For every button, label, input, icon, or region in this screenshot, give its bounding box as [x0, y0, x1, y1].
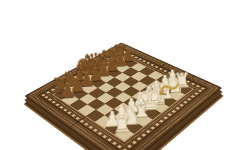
- chess-board: ♜♟♟♜♞♟♟♞♝♟♟♝♛♟♟♛♚♟♟♚♝♟♟♝♞♟♟♞♜♟♟♜: [24, 42, 222, 150]
- perspective-stage: ♜♟♟♜♞♟♟♞♝♟♟♝♛♟♟♛♚♟♟♚♝♟♟♝♞♟♟♞♜♟♟♜: [0, 0, 240, 150]
- board-top: ♜♟♟♜♞♟♟♞♝♟♟♝♛♟♟♛♚♟♟♚♝♟♟♝♞♟♟♞♜♟♟♜: [24, 42, 222, 150]
- board-tilt-wrapper: ♜♟♟♜♞♟♟♞♝♟♟♝♛♟♟♛♚♟♟♚♝♟♟♝♞♟♟♞♜♟♟♜: [0, 0, 240, 150]
- chess-set-photo: ♜♟♟♜♞♟♟♞♝♟♟♝♛♟♟♛♚♟♟♚♝♟♟♝♞♟♟♞♜♟♟♜: [0, 0, 240, 150]
